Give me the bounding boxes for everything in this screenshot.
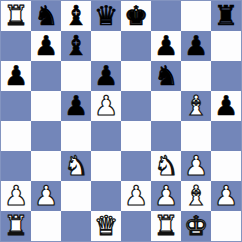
square-h2[interactable]: ♟ bbox=[211, 181, 241, 211]
white-pawn[interactable]: ♟ bbox=[34, 182, 58, 209]
white-rook[interactable]: ♜ bbox=[4, 212, 28, 239]
square-h6[interactable] bbox=[211, 61, 241, 91]
square-f3[interactable]: ♞ bbox=[151, 151, 181, 181]
square-a2[interactable]: ♟ bbox=[1, 181, 31, 211]
square-c2[interactable] bbox=[61, 181, 91, 211]
square-c1[interactable] bbox=[61, 211, 91, 241]
square-d8[interactable]: ♛ bbox=[91, 1, 121, 31]
square-h5[interactable]: ♟ bbox=[211, 91, 241, 121]
white-pawn[interactable]: ♟ bbox=[184, 152, 208, 179]
square-b7[interactable]: ♟ bbox=[31, 31, 61, 61]
square-d4[interactable] bbox=[91, 121, 121, 151]
black-pawn[interactable]: ♟ bbox=[64, 92, 88, 119]
square-a3[interactable] bbox=[1, 151, 31, 181]
square-e6[interactable] bbox=[121, 61, 151, 91]
chess-board: ♜♞♝♛♚♜♟♝♟♟♟♟♞♟♟♝♟♞♞♟♟♟♟♟♝♟♜♛♜♚ bbox=[0, 0, 242, 242]
square-e1[interactable] bbox=[121, 211, 151, 241]
square-g2[interactable]: ♝ bbox=[181, 181, 211, 211]
black-knight[interactable]: ♞ bbox=[34, 2, 58, 29]
black-queen[interactable]: ♛ bbox=[94, 2, 118, 29]
square-c8[interactable]: ♝ bbox=[61, 1, 91, 31]
square-c3[interactable]: ♞ bbox=[61, 151, 91, 181]
square-a1[interactable]: ♜ bbox=[1, 211, 31, 241]
square-h3[interactable] bbox=[211, 151, 241, 181]
square-e3[interactable] bbox=[121, 151, 151, 181]
square-h7[interactable] bbox=[211, 31, 241, 61]
square-d2[interactable] bbox=[91, 181, 121, 211]
white-pawn[interactable]: ♟ bbox=[214, 182, 238, 209]
white-rook[interactable]: ♜ bbox=[154, 212, 178, 239]
square-e2[interactable]: ♟ bbox=[121, 181, 151, 211]
square-f7[interactable]: ♟ bbox=[151, 31, 181, 61]
square-e5[interactable] bbox=[121, 91, 151, 121]
square-f8[interactable] bbox=[151, 1, 181, 31]
square-c4[interactable] bbox=[61, 121, 91, 151]
black-pawn[interactable]: ♟ bbox=[34, 32, 58, 59]
square-f4[interactable] bbox=[151, 121, 181, 151]
square-h4[interactable] bbox=[211, 121, 241, 151]
square-c7[interactable]: ♝ bbox=[61, 31, 91, 61]
white-knight[interactable]: ♞ bbox=[154, 152, 178, 179]
square-g3[interactable]: ♟ bbox=[181, 151, 211, 181]
black-pawn[interactable]: ♟ bbox=[214, 92, 238, 119]
square-d1[interactable]: ♛ bbox=[91, 211, 121, 241]
square-b2[interactable]: ♟ bbox=[31, 181, 61, 211]
square-d6[interactable]: ♟ bbox=[91, 61, 121, 91]
white-pawn[interactable]: ♟ bbox=[124, 182, 148, 209]
white-bishop[interactable]: ♝ bbox=[184, 92, 208, 119]
square-e8[interactable]: ♚ bbox=[121, 1, 151, 31]
black-pawn[interactable]: ♟ bbox=[4, 62, 28, 89]
white-pawn[interactable]: ♟ bbox=[94, 92, 118, 119]
square-a7[interactable] bbox=[1, 31, 31, 61]
square-a5[interactable] bbox=[1, 91, 31, 121]
square-g6[interactable] bbox=[181, 61, 211, 91]
square-b1[interactable] bbox=[31, 211, 61, 241]
square-a8[interactable]: ♜ bbox=[1, 1, 31, 31]
black-knight[interactable]: ♞ bbox=[154, 62, 178, 89]
square-f6[interactable]: ♞ bbox=[151, 61, 181, 91]
square-f5[interactable] bbox=[151, 91, 181, 121]
black-pawn[interactable]: ♟ bbox=[154, 32, 178, 59]
square-a4[interactable] bbox=[1, 121, 31, 151]
black-bishop[interactable]: ♝ bbox=[64, 2, 88, 29]
square-b4[interactable] bbox=[31, 121, 61, 151]
square-e7[interactable] bbox=[121, 31, 151, 61]
square-c6[interactable] bbox=[61, 61, 91, 91]
black-king[interactable]: ♚ bbox=[124, 2, 148, 29]
square-b3[interactable] bbox=[31, 151, 61, 181]
white-pawn[interactable]: ♟ bbox=[154, 182, 178, 209]
square-g7[interactable]: ♟ bbox=[181, 31, 211, 61]
square-b8[interactable]: ♞ bbox=[31, 1, 61, 31]
square-d3[interactable] bbox=[91, 151, 121, 181]
square-h1[interactable] bbox=[211, 211, 241, 241]
square-g5[interactable]: ♝ bbox=[181, 91, 211, 121]
square-g1[interactable]: ♚ bbox=[181, 211, 211, 241]
white-king[interactable]: ♚ bbox=[184, 212, 208, 239]
black-pawn[interactable]: ♟ bbox=[94, 62, 118, 89]
chess-board-container: ♜♞♝♛♚♜♟♝♟♟♟♟♞♟♟♝♟♞♞♟♟♟♟♟♝♟♜♛♜♚ bbox=[0, 0, 242, 242]
white-rook[interactable]: ♜ bbox=[4, 2, 28, 29]
white-pawn[interactable]: ♟ bbox=[4, 182, 28, 209]
square-g4[interactable] bbox=[181, 121, 211, 151]
square-d7[interactable] bbox=[91, 31, 121, 61]
square-d5[interactable]: ♟ bbox=[91, 91, 121, 121]
square-a6[interactable]: ♟ bbox=[1, 61, 31, 91]
white-bishop[interactable]: ♝ bbox=[184, 182, 208, 209]
white-knight[interactable]: ♞ bbox=[64, 152, 88, 179]
square-c5[interactable]: ♟ bbox=[61, 91, 91, 121]
square-g8[interactable] bbox=[181, 1, 211, 31]
square-f2[interactable]: ♟ bbox=[151, 181, 181, 211]
square-h8[interactable]: ♜ bbox=[211, 1, 241, 31]
square-b6[interactable] bbox=[31, 61, 61, 91]
white-queen[interactable]: ♛ bbox=[94, 212, 118, 239]
black-bishop[interactable]: ♝ bbox=[64, 32, 88, 59]
black-rook[interactable]: ♜ bbox=[214, 2, 238, 29]
square-e4[interactable] bbox=[121, 121, 151, 151]
square-f1[interactable]: ♜ bbox=[151, 211, 181, 241]
black-pawn[interactable]: ♟ bbox=[184, 32, 208, 59]
square-b5[interactable] bbox=[31, 91, 61, 121]
